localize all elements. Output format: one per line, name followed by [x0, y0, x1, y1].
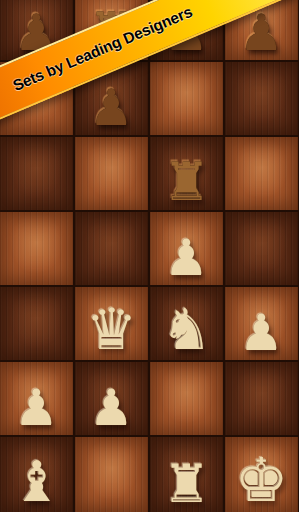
- square-r5c3[interactable]: ♞: [150, 287, 223, 360]
- white-pawn[interactable]: ♟: [89, 383, 134, 433]
- square-r2c4[interactable]: [225, 62, 298, 135]
- square-r4c3[interactable]: ♟: [150, 212, 223, 285]
- black-pawn[interactable]: ♟: [239, 8, 284, 58]
- square-r2c3[interactable]: [150, 62, 223, 135]
- chess-app-screen: ♟♜♟♟♟♜♟♛♞♟♟♟♝♜♚ Sets by Leading Designer…: [0, 0, 299, 512]
- square-r7c2[interactable]: [75, 437, 148, 512]
- square-r6c4[interactable]: [225, 362, 298, 435]
- square-r3c2[interactable]: [75, 137, 148, 210]
- square-r3c1[interactable]: [0, 137, 73, 210]
- white-bishop[interactable]: ♝: [11, 454, 61, 510]
- square-r6c2[interactable]: ♟: [75, 362, 148, 435]
- black-pawn[interactable]: ♟: [89, 83, 134, 133]
- white-queen[interactable]: ♛: [86, 301, 137, 358]
- white-rook[interactable]: ♜: [163, 457, 211, 510]
- white-knight[interactable]: ♞: [161, 301, 212, 358]
- square-r5c2[interactable]: ♛: [75, 287, 148, 360]
- white-pawn[interactable]: ♟: [14, 383, 59, 433]
- square-r7c4[interactable]: ♚: [225, 437, 298, 512]
- square-r4c4[interactable]: [225, 212, 298, 285]
- square-r6c3[interactable]: [150, 362, 223, 435]
- square-r7c3[interactable]: ♜: [150, 437, 223, 512]
- square-r3c3[interactable]: ♜: [150, 137, 223, 210]
- square-r4c1[interactable]: [0, 212, 73, 285]
- square-r6c1[interactable]: ♟: [0, 362, 73, 435]
- black-rook[interactable]: ♜: [163, 155, 211, 208]
- white-pawn[interactable]: ♟: [239, 308, 284, 358]
- square-r5c4[interactable]: ♟: [225, 287, 298, 360]
- white-king[interactable]: ♚: [235, 450, 289, 510]
- square-r3c4[interactable]: [225, 137, 298, 210]
- square-r5c1[interactable]: [0, 287, 73, 360]
- square-r4c2[interactable]: [75, 212, 148, 285]
- white-pawn[interactable]: ♟: [164, 233, 209, 283]
- square-r7c1[interactable]: ♝: [0, 437, 73, 512]
